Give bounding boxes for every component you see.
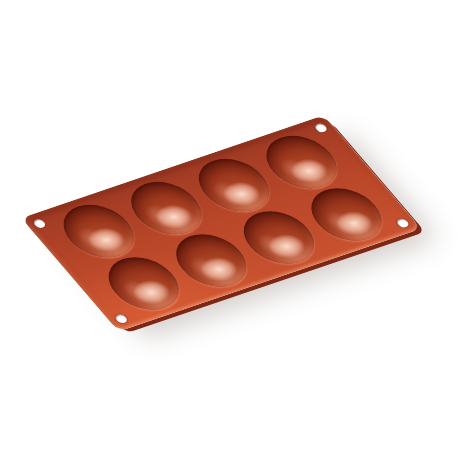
cavity-grid (42, 125, 402, 322)
product-photo (0, 0, 458, 458)
silicone-baking-mold (21, 115, 421, 331)
